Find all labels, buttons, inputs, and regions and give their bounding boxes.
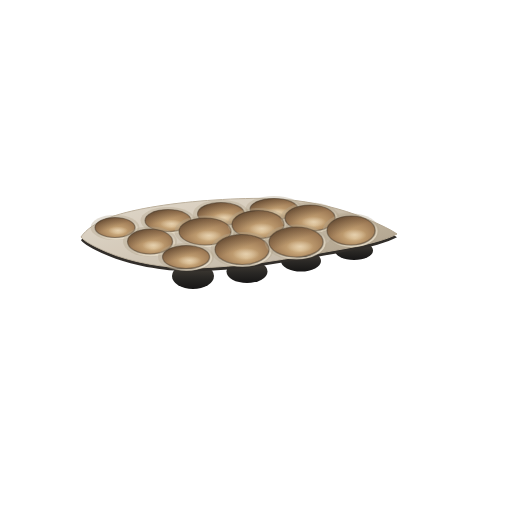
cup-interior-sheen <box>287 241 314 253</box>
muffin-cup <box>211 232 274 267</box>
muffin-cup <box>158 243 214 271</box>
muffin-pan-image <box>0 0 512 512</box>
muffin-cup <box>265 224 328 259</box>
cup-interior-sheen <box>142 240 165 250</box>
product-photo <box>0 0 512 512</box>
cup-interior-sheen <box>108 227 128 235</box>
muffin-cup <box>323 213 380 247</box>
cup-interior-sheen <box>233 248 260 260</box>
cup-interior-sheen <box>178 256 202 265</box>
cup-interior-sheen <box>343 229 367 241</box>
